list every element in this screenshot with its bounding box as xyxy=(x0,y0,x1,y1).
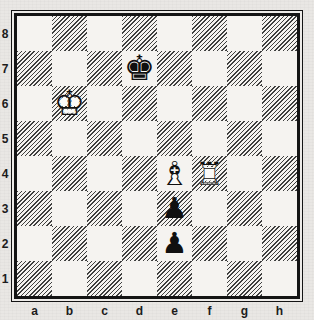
square-a8 xyxy=(17,16,52,51)
square-c1 xyxy=(87,261,122,296)
square-g5 xyxy=(227,121,262,156)
rank-label-2: 2 xyxy=(0,226,10,261)
rank-label-3: 3 xyxy=(0,191,10,226)
square-a7 xyxy=(17,51,52,86)
square-d7: ♚ xyxy=(122,51,157,86)
rank-label-1: 1 xyxy=(0,261,10,296)
square-b5 xyxy=(52,121,87,156)
white-bishop: ♝♗ xyxy=(157,156,192,191)
file-label-a: a xyxy=(17,303,52,319)
black-pawn: ♟ xyxy=(157,226,192,261)
square-g4 xyxy=(227,156,262,191)
square-d6 xyxy=(122,86,157,121)
square-b8 xyxy=(52,16,87,51)
square-h1 xyxy=(262,261,297,296)
white-rook-glyph: ♖ xyxy=(195,158,224,190)
square-d8 xyxy=(122,16,157,51)
square-h4 xyxy=(262,156,297,191)
square-e8 xyxy=(157,16,192,51)
square-c7 xyxy=(87,51,122,86)
square-h2 xyxy=(262,226,297,261)
square-c8 xyxy=(87,16,122,51)
rank-label-5: 5 xyxy=(0,121,10,156)
file-label-h: h xyxy=(262,303,297,319)
square-a6 xyxy=(17,86,52,121)
square-c3 xyxy=(87,191,122,226)
square-g1 xyxy=(227,261,262,296)
rank-label-8: 8 xyxy=(0,16,10,51)
square-g6 xyxy=(227,86,262,121)
file-label-c: c xyxy=(87,303,122,319)
square-f4: ♜♖ xyxy=(192,156,227,191)
black-pawn-glyph: ♟ xyxy=(162,229,188,258)
square-g3 xyxy=(227,191,262,226)
white-king: ♚♔ xyxy=(52,86,87,121)
file-labels: abcdefgh xyxy=(17,303,297,319)
square-e1 xyxy=(157,261,192,296)
square-f5 xyxy=(192,121,227,156)
square-f1 xyxy=(192,261,227,296)
square-f6 xyxy=(192,86,227,121)
chess-diagram: 87654321 ♚♚♔♝♗♜♖♟♟ abcdefgh xyxy=(0,0,314,320)
rank-label-7: 7 xyxy=(0,51,10,86)
square-a5 xyxy=(17,121,52,156)
square-a3 xyxy=(17,191,52,226)
file-label-b: b xyxy=(52,303,87,319)
square-c6 xyxy=(87,86,122,121)
square-c4 xyxy=(87,156,122,191)
black-king: ♚ xyxy=(122,51,157,86)
square-d1 xyxy=(122,261,157,296)
square-b1 xyxy=(52,261,87,296)
square-f8 xyxy=(192,16,227,51)
file-label-g: g xyxy=(227,303,262,319)
black-pawn: ♟ xyxy=(157,191,192,226)
square-h5 xyxy=(262,121,297,156)
square-e2: ♟ xyxy=(157,226,192,261)
square-d5 xyxy=(122,121,157,156)
square-h7 xyxy=(262,51,297,86)
rank-label-4: 4 xyxy=(0,156,10,191)
square-b7 xyxy=(52,51,87,86)
square-h8 xyxy=(262,16,297,51)
square-e4: ♝♗ xyxy=(157,156,192,191)
square-e6 xyxy=(157,86,192,121)
black-pawn-glyph: ♟ xyxy=(162,194,188,223)
square-c2 xyxy=(87,226,122,261)
rank-labels: 87654321 xyxy=(0,16,10,296)
board-frame-outer: ♚♚♔♝♗♜♖♟♟ xyxy=(11,10,303,302)
white-bishop-glyph: ♗ xyxy=(160,157,190,190)
square-a2 xyxy=(17,226,52,261)
square-g2 xyxy=(227,226,262,261)
square-b3 xyxy=(52,191,87,226)
square-g8 xyxy=(227,16,262,51)
chess-board: ♚♚♔♝♗♜♖♟♟ xyxy=(17,16,297,296)
square-a1 xyxy=(17,261,52,296)
square-b4 xyxy=(52,156,87,191)
square-b6: ♚♔ xyxy=(52,86,87,121)
square-d2 xyxy=(122,226,157,261)
square-e3: ♟ xyxy=(157,191,192,226)
rank-label-6: 6 xyxy=(0,86,10,121)
square-d3 xyxy=(122,191,157,226)
square-h3 xyxy=(262,191,297,226)
square-h6 xyxy=(262,86,297,121)
square-e5 xyxy=(157,121,192,156)
square-e7 xyxy=(157,51,192,86)
white-king-glyph: ♔ xyxy=(54,86,85,121)
board-frame-inner: ♚♚♔♝♗♜♖♟♟ xyxy=(14,13,300,299)
square-d4 xyxy=(122,156,157,191)
file-label-f: f xyxy=(192,303,227,319)
square-b2 xyxy=(52,226,87,261)
square-f2 xyxy=(192,226,227,261)
square-g7 xyxy=(227,51,262,86)
square-f3 xyxy=(192,191,227,226)
square-f7 xyxy=(192,51,227,86)
white-rook: ♜♖ xyxy=(192,156,227,191)
square-a4 xyxy=(17,156,52,191)
square-c5 xyxy=(87,121,122,156)
file-label-d: d xyxy=(122,303,157,319)
black-king-glyph: ♚ xyxy=(124,51,155,86)
file-label-e: e xyxy=(157,303,192,319)
